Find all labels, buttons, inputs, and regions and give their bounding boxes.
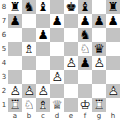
square-d1[interactable]: ♛♕ bbox=[50, 98, 64, 112]
square-f4[interactable]: ♟ bbox=[78, 56, 92, 70]
rank-label-4: 4 bbox=[0, 56, 8, 70]
rank-label-8: 8 bbox=[0, 0, 8, 14]
chess-board[interactable]: ♜♞♝♚♝♜♟♟♟♟♟♟♞♝♗♞♘♛♟♙♟♟♙♟♙♟♙♟♙♟♙♟♙♜♖♞♘♝♗♛… bbox=[8, 0, 120, 112]
white-queen-d1[interactable]: ♛♕ bbox=[50, 98, 64, 112]
square-c4[interactable] bbox=[36, 56, 50, 70]
square-g4[interactable]: ♟♙ bbox=[92, 56, 106, 70]
black-piece-glyph: ♞ bbox=[78, 28, 92, 42]
white-bishop-b5[interactable]: ♝♗ bbox=[22, 42, 36, 56]
square-d5[interactable] bbox=[50, 42, 64, 56]
square-b1[interactable]: ♞♘ bbox=[22, 98, 36, 112]
square-g6[interactable] bbox=[92, 28, 106, 42]
square-b3[interactable] bbox=[22, 70, 36, 84]
rank-label-2: 2 bbox=[0, 84, 8, 98]
white-pawn-e4[interactable]: ♟♙ bbox=[64, 56, 78, 70]
white-pawn-d3[interactable]: ♟♙ bbox=[50, 70, 64, 84]
black-piece-glyph: ♟ bbox=[78, 14, 92, 28]
white-pawn-b2[interactable]: ♟♙ bbox=[22, 84, 36, 98]
black-pawn-f7[interactable]: ♟ bbox=[78, 14, 92, 28]
white-piece-outline-glyph: ♗ bbox=[36, 98, 50, 112]
square-d8[interactable] bbox=[50, 0, 64, 14]
white-piece-outline-glyph: ♖ bbox=[8, 98, 22, 112]
black-piece-glyph: ♛ bbox=[92, 42, 106, 56]
file-label-b: b bbox=[22, 112, 36, 120]
black-pawn-d7[interactable]: ♟ bbox=[50, 14, 64, 28]
square-b7[interactable] bbox=[22, 14, 36, 28]
square-e7[interactable] bbox=[64, 14, 78, 28]
square-e4[interactable]: ♟♙ bbox=[64, 56, 78, 70]
square-c8[interactable]: ♝ bbox=[36, 0, 50, 14]
square-h3[interactable] bbox=[106, 70, 120, 84]
white-piece-outline-glyph: ♗ bbox=[22, 42, 36, 56]
white-pawn-c2[interactable]: ♟♙ bbox=[36, 84, 50, 98]
black-piece-glyph: ♜ bbox=[8, 0, 22, 14]
white-pawn-g4[interactable]: ♟♙ bbox=[92, 56, 106, 70]
black-queen-g5[interactable]: ♛ bbox=[92, 42, 106, 56]
black-piece-glyph: ♝ bbox=[36, 0, 50, 14]
square-h1[interactable] bbox=[106, 98, 120, 112]
square-d3[interactable]: ♟♙ bbox=[50, 70, 64, 84]
square-a5[interactable] bbox=[8, 42, 22, 56]
black-piece-glyph: ♟ bbox=[106, 14, 120, 28]
square-a6[interactable] bbox=[8, 28, 22, 42]
white-piece-outline-glyph: ♙ bbox=[22, 84, 36, 98]
square-a4[interactable] bbox=[8, 56, 22, 70]
file-label-a: a bbox=[8, 112, 22, 120]
rank-label-7: 7 bbox=[0, 14, 8, 28]
black-pawn-a7[interactable]: ♟ bbox=[8, 14, 22, 28]
black-piece-glyph: ♟ bbox=[36, 28, 50, 42]
chess-diagram: 87654321 ♜♞♝♚♝♜♟♟♟♟♟♟♞♝♗♞♘♛♟♙♟♟♙♟♙♟♙♟♙♟♙… bbox=[0, 0, 120, 120]
file-label-d: d bbox=[50, 112, 64, 120]
square-b5[interactable]: ♝♗ bbox=[22, 42, 36, 56]
black-rook-h8[interactable]: ♜ bbox=[106, 0, 120, 14]
white-piece-outline-glyph: ♘ bbox=[78, 42, 92, 56]
square-e8[interactable]: ♚ bbox=[64, 0, 78, 14]
square-e3[interactable] bbox=[64, 70, 78, 84]
square-f7[interactable]: ♟ bbox=[78, 14, 92, 28]
white-bishop-c1[interactable]: ♝♗ bbox=[36, 98, 50, 112]
white-piece-outline-glyph: ♙ bbox=[36, 84, 50, 98]
white-knight-b1[interactable]: ♞♘ bbox=[22, 98, 36, 112]
square-g1[interactable]: ♜♖ bbox=[92, 98, 106, 112]
file-label-h: h bbox=[106, 112, 120, 120]
black-knight-b8[interactable]: ♞ bbox=[22, 0, 36, 14]
square-b4[interactable] bbox=[22, 56, 36, 70]
white-pawn-h2[interactable]: ♟♙ bbox=[106, 84, 120, 98]
rank-label-1: 1 bbox=[0, 98, 8, 112]
square-c6[interactable]: ♟ bbox=[36, 28, 50, 42]
black-piece-glyph: ♞ bbox=[22, 0, 36, 14]
white-piece-outline-glyph: ♕ bbox=[50, 98, 64, 112]
white-king-f1[interactable]: ♚♔ bbox=[78, 98, 92, 112]
square-b6[interactable] bbox=[22, 28, 36, 42]
square-g5[interactable]: ♛ bbox=[92, 42, 106, 56]
square-a8[interactable]: ♜ bbox=[8, 0, 22, 14]
square-f8[interactable]: ♝ bbox=[78, 0, 92, 14]
black-pawn-g7[interactable]: ♟ bbox=[92, 14, 106, 28]
white-piece-outline-glyph: ♙ bbox=[106, 84, 120, 98]
square-f3[interactable] bbox=[78, 70, 92, 84]
square-e6[interactable] bbox=[64, 28, 78, 42]
white-piece-outline-glyph: ♖ bbox=[92, 98, 106, 112]
square-c5[interactable] bbox=[36, 42, 50, 56]
black-bishop-c8[interactable]: ♝ bbox=[36, 0, 50, 14]
black-bishop-f8[interactable]: ♝ bbox=[78, 0, 92, 14]
square-h5[interactable] bbox=[106, 42, 120, 56]
white-piece-outline-glyph: ♙ bbox=[50, 70, 64, 84]
square-e2[interactable] bbox=[64, 84, 78, 98]
square-a1[interactable]: ♜♖ bbox=[8, 98, 22, 112]
file-labels: abcdefgh bbox=[8, 112, 120, 120]
square-g2[interactable] bbox=[92, 84, 106, 98]
square-b8[interactable]: ♞ bbox=[22, 0, 36, 14]
file-label-c: c bbox=[36, 112, 50, 120]
file-label-f: f bbox=[78, 112, 92, 120]
white-piece-outline-glyph: ♙ bbox=[92, 56, 106, 70]
black-piece-glyph: ♟ bbox=[92, 14, 106, 28]
square-f1[interactable]: ♚♔ bbox=[78, 98, 92, 112]
white-piece-outline-glyph: ♘ bbox=[22, 98, 36, 112]
rank-label-3: 3 bbox=[0, 70, 8, 84]
black-pawn-h7[interactable]: ♟ bbox=[106, 14, 120, 28]
square-g3[interactable] bbox=[92, 70, 106, 84]
square-a7[interactable]: ♟ bbox=[8, 14, 22, 28]
black-piece-glyph: ♟ bbox=[8, 14, 22, 28]
black-piece-glyph: ♝ bbox=[78, 0, 92, 14]
white-rook-a1[interactable]: ♜♖ bbox=[8, 98, 22, 112]
square-g8[interactable] bbox=[92, 0, 106, 14]
square-d4[interactable] bbox=[50, 56, 64, 70]
black-piece-glyph: ♜ bbox=[106, 0, 120, 14]
white-rook-g1[interactable]: ♜♖ bbox=[92, 98, 106, 112]
black-pawn-f4[interactable]: ♟ bbox=[78, 56, 92, 70]
black-rook-a8[interactable]: ♜ bbox=[8, 0, 22, 14]
square-h8[interactable]: ♜ bbox=[106, 0, 120, 14]
white-piece-outline-glyph: ♔ bbox=[78, 98, 92, 112]
square-g7[interactable]: ♟ bbox=[92, 14, 106, 28]
square-b2[interactable]: ♟♙ bbox=[22, 84, 36, 98]
white-piece-outline-glyph: ♙ bbox=[64, 56, 78, 70]
square-e1[interactable] bbox=[64, 98, 78, 112]
file-label-e: e bbox=[64, 112, 78, 120]
black-pawn-c6[interactable]: ♟ bbox=[36, 28, 50, 42]
rank-label-5: 5 bbox=[0, 42, 8, 56]
square-f5[interactable]: ♞♘ bbox=[78, 42, 92, 56]
square-d6[interactable] bbox=[50, 28, 64, 42]
file-label-g: g bbox=[92, 112, 106, 120]
square-h7[interactable]: ♟ bbox=[106, 14, 120, 28]
square-a2[interactable]: ♟♙ bbox=[8, 84, 22, 98]
square-f2[interactable] bbox=[78, 84, 92, 98]
square-h2[interactable]: ♟♙ bbox=[106, 84, 120, 98]
square-d7[interactable]: ♟ bbox=[50, 14, 64, 28]
black-piece-glyph: ♟ bbox=[78, 56, 92, 70]
square-d2[interactable] bbox=[50, 84, 64, 98]
rank-labels: 87654321 bbox=[0, 0, 8, 112]
square-f6[interactable]: ♞ bbox=[78, 28, 92, 42]
rank-label-6: 6 bbox=[0, 28, 8, 42]
black-knight-f6[interactable]: ♞ bbox=[78, 28, 92, 42]
square-e5[interactable] bbox=[64, 42, 78, 56]
square-c3[interactable] bbox=[36, 70, 50, 84]
white-pawn-a2[interactable]: ♟♙ bbox=[8, 84, 22, 98]
black-king-e8[interactable]: ♚ bbox=[64, 0, 78, 14]
square-c2[interactable]: ♟♙ bbox=[36, 84, 50, 98]
square-c7[interactable] bbox=[36, 14, 50, 28]
white-piece-outline-glyph: ♙ bbox=[8, 84, 22, 98]
square-c1[interactable]: ♝♗ bbox=[36, 98, 50, 112]
square-h4[interactable] bbox=[106, 56, 120, 70]
black-piece-glyph: ♟ bbox=[50, 14, 64, 28]
black-piece-glyph: ♚ bbox=[64, 0, 78, 14]
square-h6[interactable] bbox=[106, 28, 120, 42]
square-a3[interactable] bbox=[8, 70, 22, 84]
white-knight-f5[interactable]: ♞♘ bbox=[78, 42, 92, 56]
